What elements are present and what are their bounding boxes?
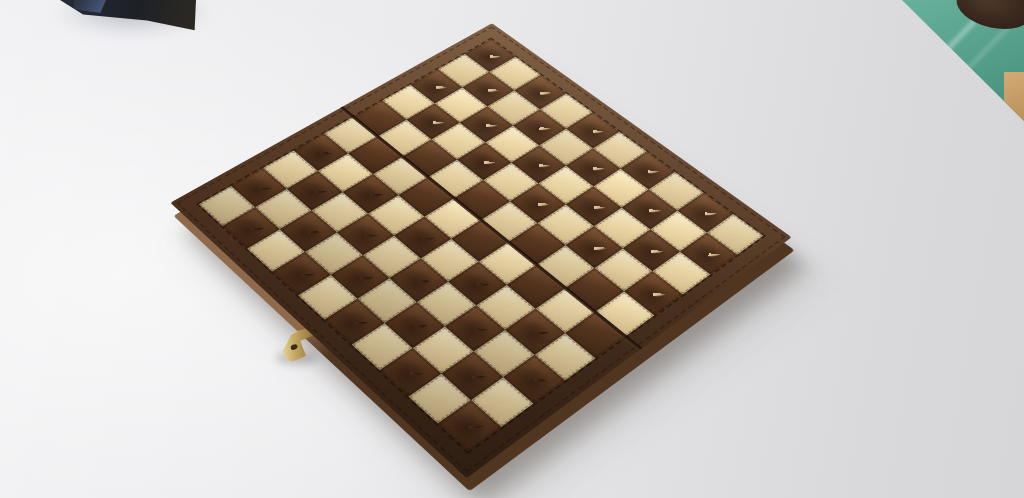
green-wrapped-box [874, 0, 1024, 126]
draughts-board [170, 23, 791, 478]
scene [0, 0, 1024, 498]
tablet-screen-glint [74, 0, 106, 13]
wood-edge-patch [1004, 72, 1024, 122]
